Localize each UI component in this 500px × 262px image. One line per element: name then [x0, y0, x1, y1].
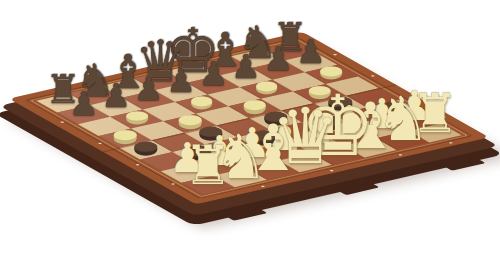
checker-disc-top — [114, 130, 137, 140]
checker-disc-top — [179, 115, 202, 125]
checker-disc-light[interactable] — [114, 130, 137, 144]
chess-piece-white-rook[interactable]: ♜ — [184, 139, 232, 193]
chess-piece-black-pawn[interactable]: ♟ — [69, 87, 99, 120]
chess-piece-black-pawn[interactable]: ♟ — [296, 35, 326, 68]
checker-disc-light[interactable] — [191, 97, 213, 110]
chess-piece-black-pawn[interactable]: ♟ — [134, 72, 164, 105]
chess-piece-black-pawn[interactable]: ♟ — [231, 50, 261, 83]
checker-disc-top — [256, 82, 278, 91]
checker-disc-light[interactable] — [126, 111, 148, 124]
pieces-layer: ♜♞♝♛♚♝♞♜♟♟♟♟♟♟♟♟♟♟♟♟♟♟♟♟♜♞♝♛♚♝♞♜ — [0, 0, 500, 262]
checker-disc-dark[interactable] — [134, 142, 157, 156]
chess-piece-black-pawn[interactable]: ♟ — [166, 64, 196, 97]
checker-disc-top — [134, 142, 157, 152]
checker-disc-light[interactable] — [179, 115, 202, 129]
checker-disc-top — [191, 97, 213, 106]
checker-disc-top — [126, 111, 148, 120]
chess-piece-black-pawn[interactable]: ♟ — [199, 57, 229, 90]
product-photo-scene: ♜♞♝♛♚♝♞♜♟♟♟♟♟♟♟♟♟♟♟♟♟♟♟♟♜♞♝♛♚♝♞♜ — [0, 0, 500, 262]
chess-piece-black-pawn[interactable]: ♟ — [101, 79, 131, 112]
chess-piece-black-pawn[interactable]: ♟ — [263, 42, 293, 75]
checker-disc-top — [244, 101, 267, 111]
checker-disc-top — [321, 67, 343, 76]
